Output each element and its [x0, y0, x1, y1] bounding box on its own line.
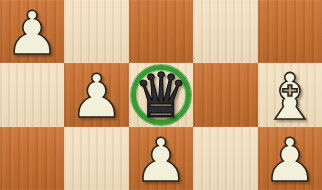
square-r1-c1[interactable]: ♟	[64, 63, 128, 127]
square-r0-c3[interactable]	[193, 0, 257, 63]
square-r0-c1[interactable]	[64, 0, 128, 63]
white-pawn[interactable]: ♟	[134, 130, 188, 190]
chess-board: ♟♟♛♝♟♟	[0, 0, 322, 190]
square-r1-c4[interactable]: ♝	[258, 63, 322, 127]
square-r0-c2[interactable]	[129, 0, 193, 63]
white-pawn[interactable]: ♟	[70, 66, 124, 126]
white-pawn[interactable]: ♟	[5, 3, 59, 63]
square-r2-c4[interactable]: ♟	[258, 127, 322, 190]
chess-app-viewport: ♟♟♛♝♟♟	[0, 0, 322, 190]
white-bishop[interactable]: ♝	[261, 65, 318, 129]
square-r2-c3[interactable]	[193, 127, 257, 190]
square-r0-c0[interactable]: ♟	[0, 0, 64, 63]
white-pawn[interactable]: ♟	[263, 130, 317, 190]
square-r2-c1[interactable]	[64, 127, 128, 190]
square-r2-c0[interactable]	[0, 127, 64, 190]
square-r2-c2[interactable]: ♟	[129, 127, 193, 190]
square-r1-c3[interactable]	[193, 63, 257, 127]
square-r1-c2[interactable]: ♛	[129, 63, 193, 127]
square-r1-c0[interactable]	[0, 63, 64, 127]
black-queen[interactable]: ♛	[133, 65, 189, 127]
square-r0-c4[interactable]	[258, 0, 322, 63]
